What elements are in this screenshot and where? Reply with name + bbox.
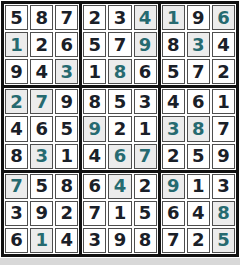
cell-r2c4[interactable]: 5 (83, 32, 106, 57)
cell-r5c2[interactable]: 6 (30, 116, 53, 141)
cell-r9c6[interactable]: 8 (134, 228, 157, 253)
cell-r8c1[interactable]: 3 (5, 201, 28, 226)
cell-r1c5[interactable]: 3 (108, 5, 131, 30)
cell-r1c3[interactable]: 7 (55, 5, 78, 30)
cell-r5c7[interactable]: 3 (162, 116, 185, 141)
cell-r4c7[interactable]: 4 (162, 89, 185, 114)
cell-r6c8[interactable]: 5 (187, 144, 210, 169)
cell-r9c1[interactable]: 6 (5, 228, 28, 253)
cell-r9c4[interactable]: 3 (83, 228, 106, 253)
cell-r7c1[interactable]: 7 (5, 174, 28, 199)
cell-r2c2[interactable]: 2 (30, 32, 53, 57)
cell-r4c3[interactable]: 9 (55, 89, 78, 114)
cell-r5c3[interactable]: 5 (55, 116, 78, 141)
cell-r7c5[interactable]: 4 (108, 174, 131, 199)
cell-r3c8[interactable]: 7 (187, 59, 210, 84)
cell-r1c6[interactable]: 4 (134, 5, 157, 30)
cell-r7c6[interactable]: 2 (134, 174, 157, 199)
cell-r1c7[interactable]: 1 (162, 5, 185, 30)
cell-r6c2[interactable]: 3 (30, 144, 53, 169)
cell-r8c5[interactable]: 1 (108, 201, 131, 226)
cell-r2c1[interactable]: 1 (5, 32, 28, 57)
cell-r1c8[interactable]: 9 (187, 5, 210, 30)
cell-r8c8[interactable]: 4 (187, 201, 210, 226)
cell-r4c6[interactable]: 3 (134, 89, 157, 114)
cell-r7c7[interactable]: 9 (162, 174, 185, 199)
cell-r2c7[interactable]: 8 (162, 32, 185, 57)
cell-r8c2[interactable]: 9 (30, 201, 53, 226)
cell-r2c9[interactable]: 4 (212, 32, 235, 57)
sudoku-box-3: 196834572 (161, 4, 236, 85)
cell-r5c6[interactable]: 1 (134, 116, 157, 141)
cell-r2c3[interactable]: 6 (55, 32, 78, 57)
sudoku-box-9: 913648725 (161, 173, 236, 254)
sudoku-box-1: 587126943 (4, 4, 79, 85)
cell-r7c3[interactable]: 8 (55, 174, 78, 199)
cell-r8c7[interactable]: 6 (162, 201, 185, 226)
cell-r8c6[interactable]: 5 (134, 201, 157, 226)
cell-r3c1[interactable]: 9 (5, 59, 28, 84)
cell-r3c5[interactable]: 8 (108, 59, 131, 84)
cell-r1c9[interactable]: 6 (212, 5, 235, 30)
cell-r9c7[interactable]: 7 (162, 228, 185, 253)
cell-r6c4[interactable]: 4 (83, 144, 106, 169)
sudoku-board: 5871269432345791861968345722794658318539… (1, 1, 239, 257)
cell-r6c7[interactable]: 2 (162, 144, 185, 169)
sudoku-box-8: 642715398 (82, 173, 157, 254)
cell-r4c4[interactable]: 8 (83, 89, 106, 114)
sudoku-box-2: 234579186 (82, 4, 157, 85)
sudoku-box-6: 461387259 (161, 88, 236, 169)
cell-r7c8[interactable]: 1 (187, 174, 210, 199)
cell-r6c6[interactable]: 7 (134, 144, 157, 169)
cell-r7c9[interactable]: 3 (212, 174, 235, 199)
cell-r6c9[interactable]: 9 (212, 144, 235, 169)
cell-r7c2[interactable]: 5 (30, 174, 53, 199)
cell-r8c4[interactable]: 7 (83, 201, 106, 226)
cell-r5c8[interactable]: 8 (187, 116, 210, 141)
cell-r4c5[interactable]: 5 (108, 89, 131, 114)
cell-r8c3[interactable]: 2 (55, 201, 78, 226)
sudoku-page: 5871269432345791861968345722794658318539… (0, 0, 240, 258)
cell-r1c4[interactable]: 2 (83, 5, 106, 30)
cell-r5c5[interactable]: 2 (108, 116, 131, 141)
cell-r2c8[interactable]: 3 (187, 32, 210, 57)
cell-r9c2[interactable]: 1 (30, 228, 53, 253)
cell-r6c5[interactable]: 6 (108, 144, 131, 169)
cell-r3c4[interactable]: 1 (83, 59, 106, 84)
cell-r4c2[interactable]: 7 (30, 89, 53, 114)
cell-r3c3[interactable]: 3 (55, 59, 78, 84)
cell-r7c4[interactable]: 6 (83, 174, 106, 199)
cell-r1c2[interactable]: 8 (30, 5, 53, 30)
cell-r4c9[interactable]: 1 (212, 89, 235, 114)
cell-r9c8[interactable]: 2 (187, 228, 210, 253)
cell-r2c6[interactable]: 9 (134, 32, 157, 57)
cell-r3c9[interactable]: 2 (212, 59, 235, 84)
cell-r6c3[interactable]: 1 (55, 144, 78, 169)
cell-r3c6[interactable]: 6 (134, 59, 157, 84)
cell-r5c1[interactable]: 4 (5, 116, 28, 141)
cell-r9c5[interactable]: 9 (108, 228, 131, 253)
cell-r2c5[interactable]: 7 (108, 32, 131, 57)
cell-r9c3[interactable]: 4 (55, 228, 78, 253)
sudoku-box-7: 758392614 (4, 173, 79, 254)
cell-r6c1[interactable]: 8 (5, 144, 28, 169)
cell-r1c1[interactable]: 5 (5, 5, 28, 30)
cell-r8c9[interactable]: 8 (212, 201, 235, 226)
cell-r5c9[interactable]: 7 (212, 116, 235, 141)
cell-r4c8[interactable]: 6 (187, 89, 210, 114)
cell-r3c2[interactable]: 4 (30, 59, 53, 84)
sudoku-box-4: 279465831 (4, 88, 79, 169)
sudoku-box-5: 853921467 (82, 88, 157, 169)
cell-r5c4[interactable]: 9 (83, 116, 106, 141)
cell-r3c7[interactable]: 5 (162, 59, 185, 84)
cell-r9c9[interactable]: 5 (212, 228, 235, 253)
cell-r4c1[interactable]: 2 (5, 89, 28, 114)
